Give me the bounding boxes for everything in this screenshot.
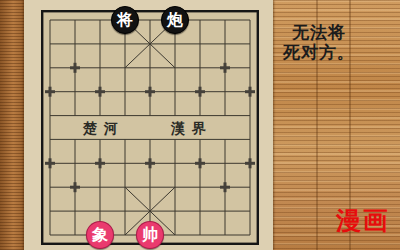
piece-red-elephant[interactable]: 象 [86,221,114,249]
board-panel: 楚河 漢界 将炮象帅 [24,0,273,250]
scene: 楚河 漢界 将炮象帅 无法将 死对方。 漫画 [0,0,400,250]
pieces-layer: 将炮象帅 [38,8,263,247]
caption-line-2: 死对方。 [278,42,360,62]
piece-red-general[interactable]: 帅 [136,221,164,249]
caption-line-1: 无法将 [278,22,360,42]
piece-black-general[interactable]: 将 [111,6,139,34]
piece-black-cannon[interactable]: 炮 [161,6,189,34]
watermark: 漫画 [336,204,390,237]
wood-frame-left [0,0,24,250]
caption-text: 无法将 死对方。 [278,22,360,62]
